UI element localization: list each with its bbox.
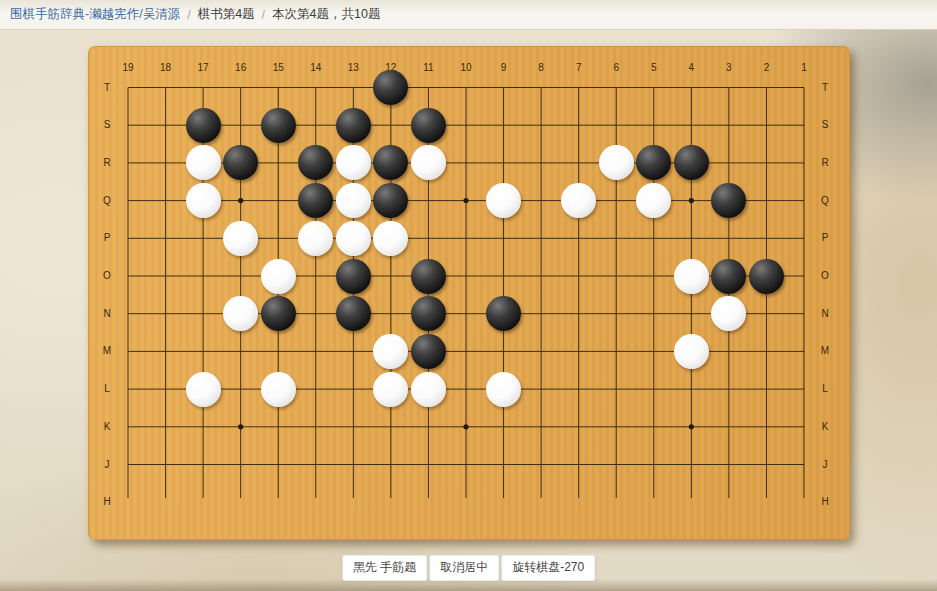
coord-label-col-9: 9 bbox=[501, 63, 507, 73]
stone-black-R4 bbox=[674, 145, 709, 180]
coord-label-row-right-O: O bbox=[821, 271, 829, 281]
stone-white-M4 bbox=[674, 334, 709, 369]
coord-label-col-18: 18 bbox=[160, 63, 171, 73]
coord-label-col-11: 11 bbox=[423, 63, 433, 73]
star-point bbox=[463, 198, 468, 203]
coord-label-row-right-M: M bbox=[821, 346, 829, 356]
coord-label-row-right-T: T bbox=[822, 83, 828, 93]
breadcrumb-separator: / bbox=[262, 8, 265, 22]
star-point bbox=[689, 198, 694, 203]
coord-label-row-left-O: O bbox=[103, 271, 111, 281]
stone-white-L11 bbox=[411, 372, 446, 407]
stone-white-P13 bbox=[336, 221, 371, 256]
rotate-board-button[interactable]: 旋转棋盘-270 bbox=[501, 555, 595, 581]
coord-label-row-left-Q: Q bbox=[103, 196, 111, 206]
stone-black-O2 bbox=[749, 259, 784, 294]
stone-white-Q17 bbox=[186, 183, 221, 218]
stone-black-M11 bbox=[411, 334, 446, 369]
stone-black-S17 bbox=[186, 108, 221, 143]
stone-white-Q9 bbox=[486, 183, 521, 218]
star-point bbox=[689, 424, 694, 429]
toolbar: 黑先 手筋题 取消居中 旋转棋盘-270 bbox=[342, 555, 595, 581]
coord-label-row-right-N: N bbox=[821, 309, 828, 319]
stone-black-O3 bbox=[711, 259, 746, 294]
stone-black-S13 bbox=[336, 108, 371, 143]
coord-label-col-1: 1 bbox=[801, 63, 807, 73]
stone-white-R6 bbox=[599, 145, 634, 180]
coord-label-col-7: 7 bbox=[576, 63, 582, 73]
coord-label-col-3: 3 bbox=[726, 63, 732, 73]
coord-label-col-19: 19 bbox=[122, 63, 133, 73]
coord-label-row-right-L: L bbox=[822, 384, 828, 394]
coord-label-row-left-R: R bbox=[103, 158, 110, 168]
coord-label-row-right-H: H bbox=[821, 497, 828, 507]
stone-white-P16 bbox=[223, 221, 258, 256]
coord-label-col-16: 16 bbox=[235, 63, 246, 73]
breadcrumb-bar: 围棋手筋辞典-濑越宪作/吴清源 / 棋书第4题 / 本次第4题，共10题 bbox=[0, 0, 937, 30]
stone-black-O11 bbox=[411, 259, 446, 294]
coord-label-row-left-H: H bbox=[103, 497, 110, 507]
coord-label-row-right-R: R bbox=[821, 158, 828, 168]
coord-label-row-left-T: T bbox=[104, 83, 110, 93]
go-board[interactable]: 19181716151413121110987654321TTSSRRQQPPO… bbox=[88, 46, 850, 540]
coord-label-row-right-P: P bbox=[822, 233, 829, 243]
stone-black-N13 bbox=[336, 296, 371, 331]
coord-label-col-6: 6 bbox=[613, 63, 619, 73]
stone-black-O13 bbox=[336, 259, 371, 294]
coord-label-row-left-L: L bbox=[104, 384, 110, 394]
coord-label-row-right-Q: Q bbox=[821, 196, 829, 206]
coord-label-row-left-M: M bbox=[103, 346, 111, 356]
coord-label-col-13: 13 bbox=[348, 63, 359, 73]
coord-label-col-17: 17 bbox=[198, 63, 209, 73]
coord-label-row-left-P: P bbox=[104, 233, 111, 243]
coord-label-row-left-S: S bbox=[104, 120, 111, 130]
stone-white-L17 bbox=[186, 372, 221, 407]
stone-black-S15 bbox=[261, 108, 296, 143]
stone-white-R17 bbox=[186, 145, 221, 180]
stone-white-P12 bbox=[373, 221, 408, 256]
coord-label-col-2: 2 bbox=[764, 63, 770, 73]
star-point bbox=[463, 424, 468, 429]
coord-label-row-right-S: S bbox=[822, 120, 829, 130]
stone-white-O15 bbox=[261, 259, 296, 294]
star-point bbox=[238, 198, 243, 203]
breadcrumb-book-link[interactable]: 围棋手筋辞典-濑越宪作/吴清源 bbox=[10, 6, 180, 23]
stone-black-N9 bbox=[486, 296, 521, 331]
stone-white-L15 bbox=[261, 372, 296, 407]
coord-label-row-right-K: K bbox=[822, 422, 829, 432]
stone-white-Q13 bbox=[336, 183, 371, 218]
breadcrumb-separator: / bbox=[187, 8, 190, 22]
stone-black-N15 bbox=[261, 296, 296, 331]
stone-white-L12 bbox=[373, 372, 408, 407]
coord-label-col-10: 10 bbox=[460, 63, 471, 73]
breadcrumb-chapter: 棋书第4题 bbox=[198, 6, 255, 23]
problem-mode-button[interactable]: 黑先 手筋题 bbox=[342, 555, 427, 581]
stone-white-L9 bbox=[486, 372, 521, 407]
coord-label-col-14: 14 bbox=[310, 63, 321, 73]
coord-label-row-left-J: J bbox=[105, 460, 110, 470]
coord-label-col-8: 8 bbox=[538, 63, 544, 73]
stone-white-O4 bbox=[674, 259, 709, 294]
coord-label-row-left-N: N bbox=[103, 309, 110, 319]
star-point bbox=[238, 424, 243, 429]
coord-label-col-15: 15 bbox=[273, 63, 284, 73]
coord-label-col-4: 4 bbox=[689, 63, 695, 73]
coord-label-row-right-J: J bbox=[823, 460, 828, 470]
stone-black-N11 bbox=[411, 296, 446, 331]
cancel-center-button[interactable]: 取消居中 bbox=[429, 555, 499, 581]
stone-white-P14 bbox=[298, 221, 333, 256]
breadcrumb-progress: 本次第4题，共10题 bbox=[272, 6, 380, 23]
stone-black-S11 bbox=[411, 108, 446, 143]
coord-label-col-5: 5 bbox=[651, 63, 657, 73]
stone-white-R13 bbox=[336, 145, 371, 180]
coord-label-row-left-K: K bbox=[104, 422, 111, 432]
